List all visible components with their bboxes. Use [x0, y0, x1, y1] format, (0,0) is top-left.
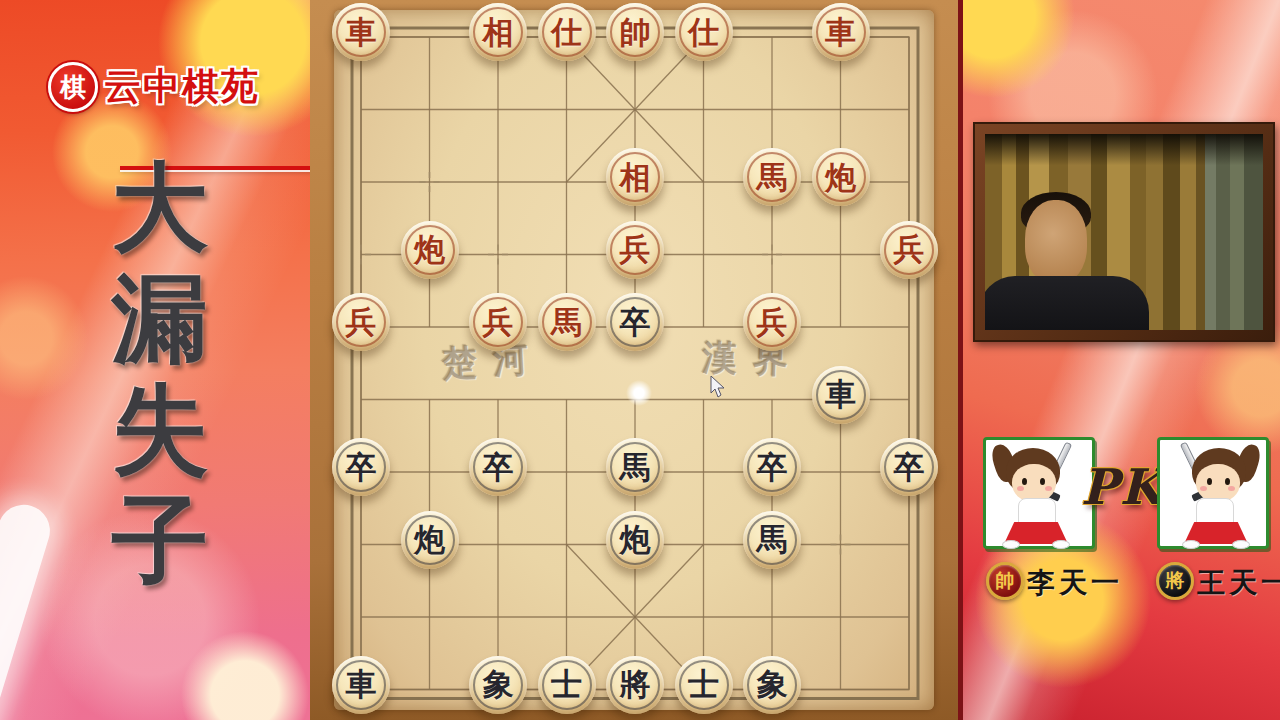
- piece-red-兵-f5r3[interactable]: 兵: [606, 221, 664, 279]
- fighter-avatar-red: [983, 437, 1095, 549]
- piece-char: 馬: [757, 162, 788, 193]
- logo-badge-char: 棋: [60, 70, 86, 105]
- piece-black-象-f7r9[interactable]: 象: [743, 656, 801, 714]
- piece-char: 馬: [551, 307, 582, 338]
- piece-black-車-f1r9[interactable]: 車: [332, 656, 390, 714]
- eye: [1207, 478, 1212, 485]
- player-shoulders: [985, 276, 1149, 330]
- right-player-panel: PK: [958, 0, 1280, 720]
- black-seal-char: 將: [1166, 568, 1185, 594]
- piece-red-兵-f1r4[interactable]: 兵: [332, 293, 390, 351]
- piece-char: 炮: [414, 234, 445, 265]
- red-player-name: 李天一: [1027, 564, 1123, 602]
- piece-char: 仕: [551, 17, 582, 48]
- blush: [1045, 486, 1052, 491]
- piece-black-馬-f7r7[interactable]: 馬: [743, 511, 801, 569]
- piece-black-炮-f2r7[interactable]: 炮: [401, 511, 459, 569]
- piece-char: 卒: [620, 307, 651, 338]
- eye: [1040, 478, 1045, 485]
- piece-black-炮-f5r7[interactable]: 炮: [606, 511, 664, 569]
- piece-char: 帥: [620, 17, 651, 48]
- mouse-cursor: [710, 376, 726, 398]
- piece-red-炮-f8r2[interactable]: 炮: [812, 148, 870, 206]
- piece-char: 兵: [483, 307, 514, 338]
- stream-frame: 棋 云中棋苑 大 漏 失 子 楚河 漢界 車相仕帥仕車相馬炮炮兵兵兵兵馬兵卒車卒…: [0, 0, 1280, 720]
- piece-char: 卒: [483, 452, 514, 483]
- piece-char: 相: [483, 17, 514, 48]
- piece-black-卒-f1r6[interactable]: 卒: [332, 438, 390, 496]
- foot: [1052, 540, 1070, 549]
- title-char-3: 失: [112, 374, 209, 485]
- samurai-kid-icon: [1160, 440, 1266, 546]
- player-names-row: 帥 李天一 將 王天一: [963, 556, 1280, 616]
- channel-brand: 棋 云中棋苑: [48, 60, 298, 112]
- piece-char: 馬: [757, 524, 788, 555]
- face: [1012, 464, 1056, 502]
- piece-red-馬-f4r4[interactable]: 馬: [538, 293, 596, 351]
- episode-title-vertical: 大 漏 失 子: [98, 152, 222, 596]
- red-seal-char: 帥: [996, 568, 1015, 594]
- piece-black-卒-f3r6[interactable]: 卒: [469, 438, 527, 496]
- piece-red-兵-f9r3[interactable]: 兵: [880, 221, 938, 279]
- piece-char: 兵: [346, 307, 377, 338]
- move-highlight-sparkle: [626, 380, 652, 406]
- piece-char: 兵: [894, 234, 925, 265]
- face: [1196, 464, 1240, 502]
- piece-char: 車: [825, 17, 856, 48]
- piece-char: 卒: [757, 452, 788, 483]
- black-general-seal-icon: 將: [1156, 562, 1194, 600]
- blush: [1228, 486, 1235, 491]
- piece-black-馬-f5r6[interactable]: 馬: [606, 438, 664, 496]
- channel-name: 云中棋苑: [104, 62, 260, 112]
- piece-black-士-f4r9[interactable]: 士: [538, 656, 596, 714]
- board-grid: [310, 0, 958, 720]
- piece-char: 炮: [825, 162, 856, 193]
- piece-red-仕-f4r0[interactable]: 仕: [538, 3, 596, 61]
- piece-char: 馬: [620, 452, 651, 483]
- piece-red-車-f1r0[interactable]: 車: [332, 3, 390, 61]
- piece-red-帥-f5r0[interactable]: 帥: [606, 3, 664, 61]
- red-general-seal-icon: 帥: [986, 562, 1024, 600]
- piece-black-卒-f5r4[interactable]: 卒: [606, 293, 664, 351]
- piece-char: 炮: [414, 524, 445, 555]
- piece-char: 仕: [688, 17, 719, 48]
- piece-char: 象: [757, 669, 788, 700]
- eye: [1022, 478, 1027, 485]
- foot: [1002, 540, 1020, 549]
- left-banner-panel: 棋 云中棋苑 大 漏 失 子: [0, 0, 310, 720]
- piece-char: 將: [620, 669, 651, 700]
- piece-red-兵-f3r4[interactable]: 兵: [469, 293, 527, 351]
- piece-red-兵-f7r4[interactable]: 兵: [743, 293, 801, 351]
- piece-char: 相: [620, 162, 651, 193]
- piece-char: 車: [825, 379, 856, 410]
- eye: [1225, 478, 1230, 485]
- piece-char: 象: [483, 669, 514, 700]
- piece-black-卒-f9r6[interactable]: 卒: [880, 438, 938, 496]
- fighter-avatar-black: [1157, 437, 1269, 549]
- piece-char: 兵: [757, 307, 788, 338]
- piece-red-相-f5r2[interactable]: 相: [606, 148, 664, 206]
- piece-red-馬-f7r2[interactable]: 馬: [743, 148, 801, 206]
- piece-char: 士: [551, 669, 582, 700]
- piece-char: 車: [346, 669, 377, 700]
- piece-red-仕-f6r0[interactable]: 仕: [675, 3, 733, 61]
- piece-red-炮-f2r3[interactable]: 炮: [401, 221, 459, 279]
- chess-logo-icon: 棋: [48, 62, 98, 112]
- piece-char: 士: [688, 669, 719, 700]
- blush: [1200, 486, 1207, 491]
- foot: [1232, 540, 1250, 549]
- piece-red-車-f8r0[interactable]: 車: [812, 3, 870, 61]
- piece-black-將-f5r9[interactable]: 將: [606, 656, 664, 714]
- piece-red-相-f3r0[interactable]: 相: [469, 3, 527, 61]
- title-char-1: 大: [112, 152, 209, 263]
- foot: [1182, 540, 1200, 549]
- piece-char: 卒: [346, 452, 377, 483]
- black-player-name: 王天一: [1197, 564, 1280, 602]
- piece-black-象-f3r9[interactable]: 象: [469, 656, 527, 714]
- piece-char: 車: [346, 17, 377, 48]
- title-char-4: 子: [112, 485, 209, 596]
- piece-black-車-f8r5[interactable]: 車: [812, 366, 870, 424]
- webcam-video: [985, 134, 1263, 330]
- webcam-frame: [973, 122, 1275, 342]
- samurai-kid-icon: [986, 440, 1092, 546]
- piece-black-士-f6r9[interactable]: 士: [675, 656, 733, 714]
- piece-char: 兵: [620, 234, 651, 265]
- xiangqi-board: 楚河 漢界 車相仕帥仕車相馬炮炮兵兵兵兵馬兵卒車卒卒馬卒卒炮炮馬車象士將士象: [310, 0, 958, 720]
- piece-black-卒-f7r6[interactable]: 卒: [743, 438, 801, 496]
- piece-char: 炮: [620, 524, 651, 555]
- piece-char: 卒: [894, 452, 925, 483]
- blush: [1017, 486, 1024, 491]
- player-face: [1025, 200, 1087, 284]
- versus-row: PK: [963, 430, 1280, 560]
- title-char-2: 漏: [112, 263, 209, 374]
